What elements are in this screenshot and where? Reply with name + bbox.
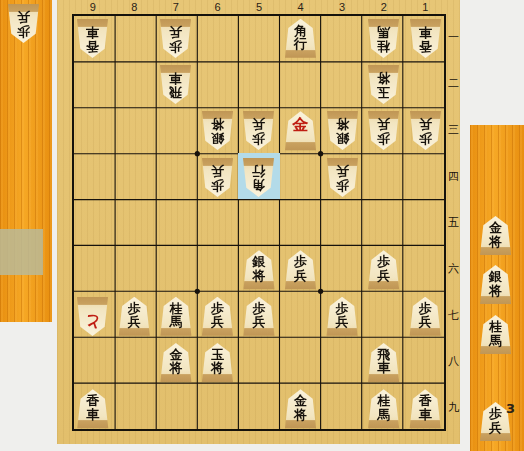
- file-label-7: 7: [155, 0, 197, 14]
- file-label-2: 2: [363, 0, 405, 14]
- file-label-3: 3: [321, 0, 363, 14]
- rank-label-2: 二: [447, 60, 460, 106]
- rank-label-8: 八: [447, 338, 460, 384]
- rank-label-5: 五: [447, 199, 460, 245]
- board-grid[interactable]: 香車歩兵角行桂馬香車飛車玉将銀将歩兵金銀将歩兵歩兵歩兵角行歩兵銀将歩兵歩兵と歩兵…: [72, 14, 446, 431]
- file-label-5: 5: [238, 0, 280, 14]
- stand-placeholder-box: [0, 229, 43, 275]
- gote-hand-stand: 歩兵: [0, 0, 52, 322]
- piece-銀将[interactable]: 銀将: [479, 265, 512, 304]
- hand-count-歩兵: 3: [506, 401, 515, 416]
- file-label-4: 4: [280, 0, 322, 14]
- rank-label-6: 六: [447, 246, 460, 292]
- shogi-app: { "game": "shogi", "description": "Shogi…: [0, 0, 524, 451]
- rank-label-4: 四: [447, 153, 460, 199]
- rank-label-1: 一: [447, 14, 460, 60]
- rank-label-9: 九: [447, 385, 460, 431]
- file-label-6: 6: [197, 0, 239, 14]
- file-label-9: 9: [72, 0, 114, 14]
- rank-label-7: 七: [447, 292, 460, 338]
- sente-hand-stand: 金将銀将桂馬歩兵3: [470, 125, 524, 451]
- piece-金将[interactable]: 金将: [479, 216, 512, 255]
- shogi-board: 987654321 一二三四五六七八九 香車歩兵角行桂馬香車飛車玉将銀将歩兵金銀…: [57, 0, 460, 444]
- piece-歩兵[interactable]: 歩兵: [7, 4, 40, 43]
- piece-桂馬[interactable]: 桂馬: [479, 315, 512, 354]
- rank-label-3: 三: [447, 107, 460, 153]
- file-labels: 987654321: [72, 0, 446, 14]
- rank-labels: 一二三四五六七八九: [447, 14, 460, 431]
- file-label-1: 1: [405, 0, 447, 14]
- file-label-8: 8: [114, 0, 156, 14]
